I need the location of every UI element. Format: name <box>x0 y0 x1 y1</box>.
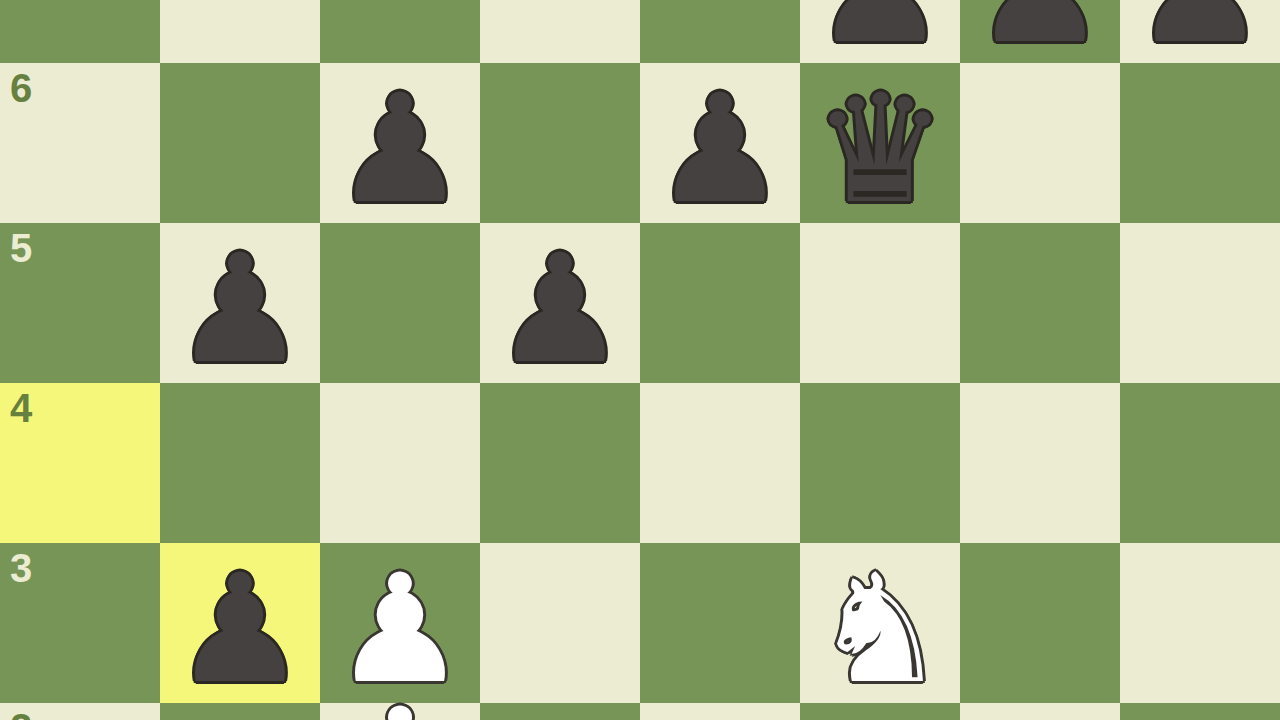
square-g2[interactable] <box>960 703 1120 720</box>
square-b2[interactable] <box>160 703 320 720</box>
black-pawn-e6[interactable]: ♟ <box>653 69 787 229</box>
square-f7[interactable]: ♟ <box>800 0 960 63</box>
square-h2[interactable] <box>1120 703 1280 720</box>
square-d6[interactable] <box>480 63 640 223</box>
square-h6[interactable] <box>1120 63 1280 223</box>
square-h7[interactable]: ♟ <box>1120 0 1280 63</box>
square-d5[interactable]: ♟ <box>480 223 640 383</box>
square-g7[interactable]: ♟ <box>960 0 1120 63</box>
square-g5[interactable] <box>960 223 1120 383</box>
square-b3[interactable]: ♟ <box>160 543 320 703</box>
white-bishop-c2[interactable]: ♝ <box>333 683 467 720</box>
square-f3[interactable]: ♞ <box>800 543 960 703</box>
rank-label-3: 3 <box>10 548 32 588</box>
square-a2[interactable]: 2 <box>0 703 160 720</box>
rank-label-2: 2 <box>10 708 32 720</box>
rank-label-5: 5 <box>10 228 32 268</box>
square-g3[interactable] <box>960 543 1120 703</box>
square-e6[interactable]: ♟ <box>640 63 800 223</box>
square-c2[interactable]: ♝ <box>320 703 480 720</box>
square-e2[interactable] <box>640 703 800 720</box>
black-pawn-g7[interactable]: ♟ <box>973 0 1107 69</box>
square-f4[interactable] <box>800 383 960 543</box>
square-e3[interactable] <box>640 543 800 703</box>
square-e7[interactable] <box>640 0 800 63</box>
square-a3[interactable]: 3 <box>0 543 160 703</box>
chess-board: ♟♟♟6♟♟♛5♟♟43♟♟♞2♝ <box>0 0 1280 720</box>
square-a6[interactable]: 6 <box>0 63 160 223</box>
square-b7[interactable] <box>160 0 320 63</box>
square-d4[interactable] <box>480 383 640 543</box>
square-h4[interactable] <box>1120 383 1280 543</box>
square-b4[interactable] <box>160 383 320 543</box>
white-knight-f3[interactable]: ♞ <box>813 549 947 709</box>
square-a5[interactable]: 5 <box>0 223 160 383</box>
square-c5[interactable] <box>320 223 480 383</box>
rank-label-4: 4 <box>10 388 32 428</box>
square-c4[interactable] <box>320 383 480 543</box>
black-pawn-h7[interactable]: ♟ <box>1133 0 1267 69</box>
square-e5[interactable] <box>640 223 800 383</box>
black-pawn-b5[interactable]: ♟ <box>173 229 307 389</box>
square-d3[interactable] <box>480 543 640 703</box>
black-pawn-c6[interactable]: ♟ <box>333 69 467 229</box>
square-a7[interactable] <box>0 0 160 63</box>
square-f5[interactable] <box>800 223 960 383</box>
square-g4[interactable] <box>960 383 1120 543</box>
square-g6[interactable] <box>960 63 1120 223</box>
square-a4[interactable]: 4 <box>0 383 160 543</box>
black-pawn-f7[interactable]: ♟ <box>813 0 947 69</box>
square-f6[interactable]: ♛ <box>800 63 960 223</box>
square-c6[interactable]: ♟ <box>320 63 480 223</box>
board-viewport: ♟♟♟6♟♟♛5♟♟43♟♟♞2♝ <box>0 0 1280 720</box>
black-pawn-d5[interactable]: ♟ <box>493 229 627 389</box>
square-d7[interactable] <box>480 0 640 63</box>
black-pawn-b3[interactable]: ♟ <box>173 549 307 709</box>
square-c7[interactable] <box>320 0 480 63</box>
square-f2[interactable] <box>800 703 960 720</box>
square-e4[interactable] <box>640 383 800 543</box>
square-h5[interactable] <box>1120 223 1280 383</box>
square-b6[interactable] <box>160 63 320 223</box>
square-d2[interactable] <box>480 703 640 720</box>
square-h3[interactable] <box>1120 543 1280 703</box>
square-b5[interactable]: ♟ <box>160 223 320 383</box>
black-queen-f6[interactable]: ♛ <box>813 69 947 229</box>
rank-label-6: 6 <box>10 68 32 108</box>
